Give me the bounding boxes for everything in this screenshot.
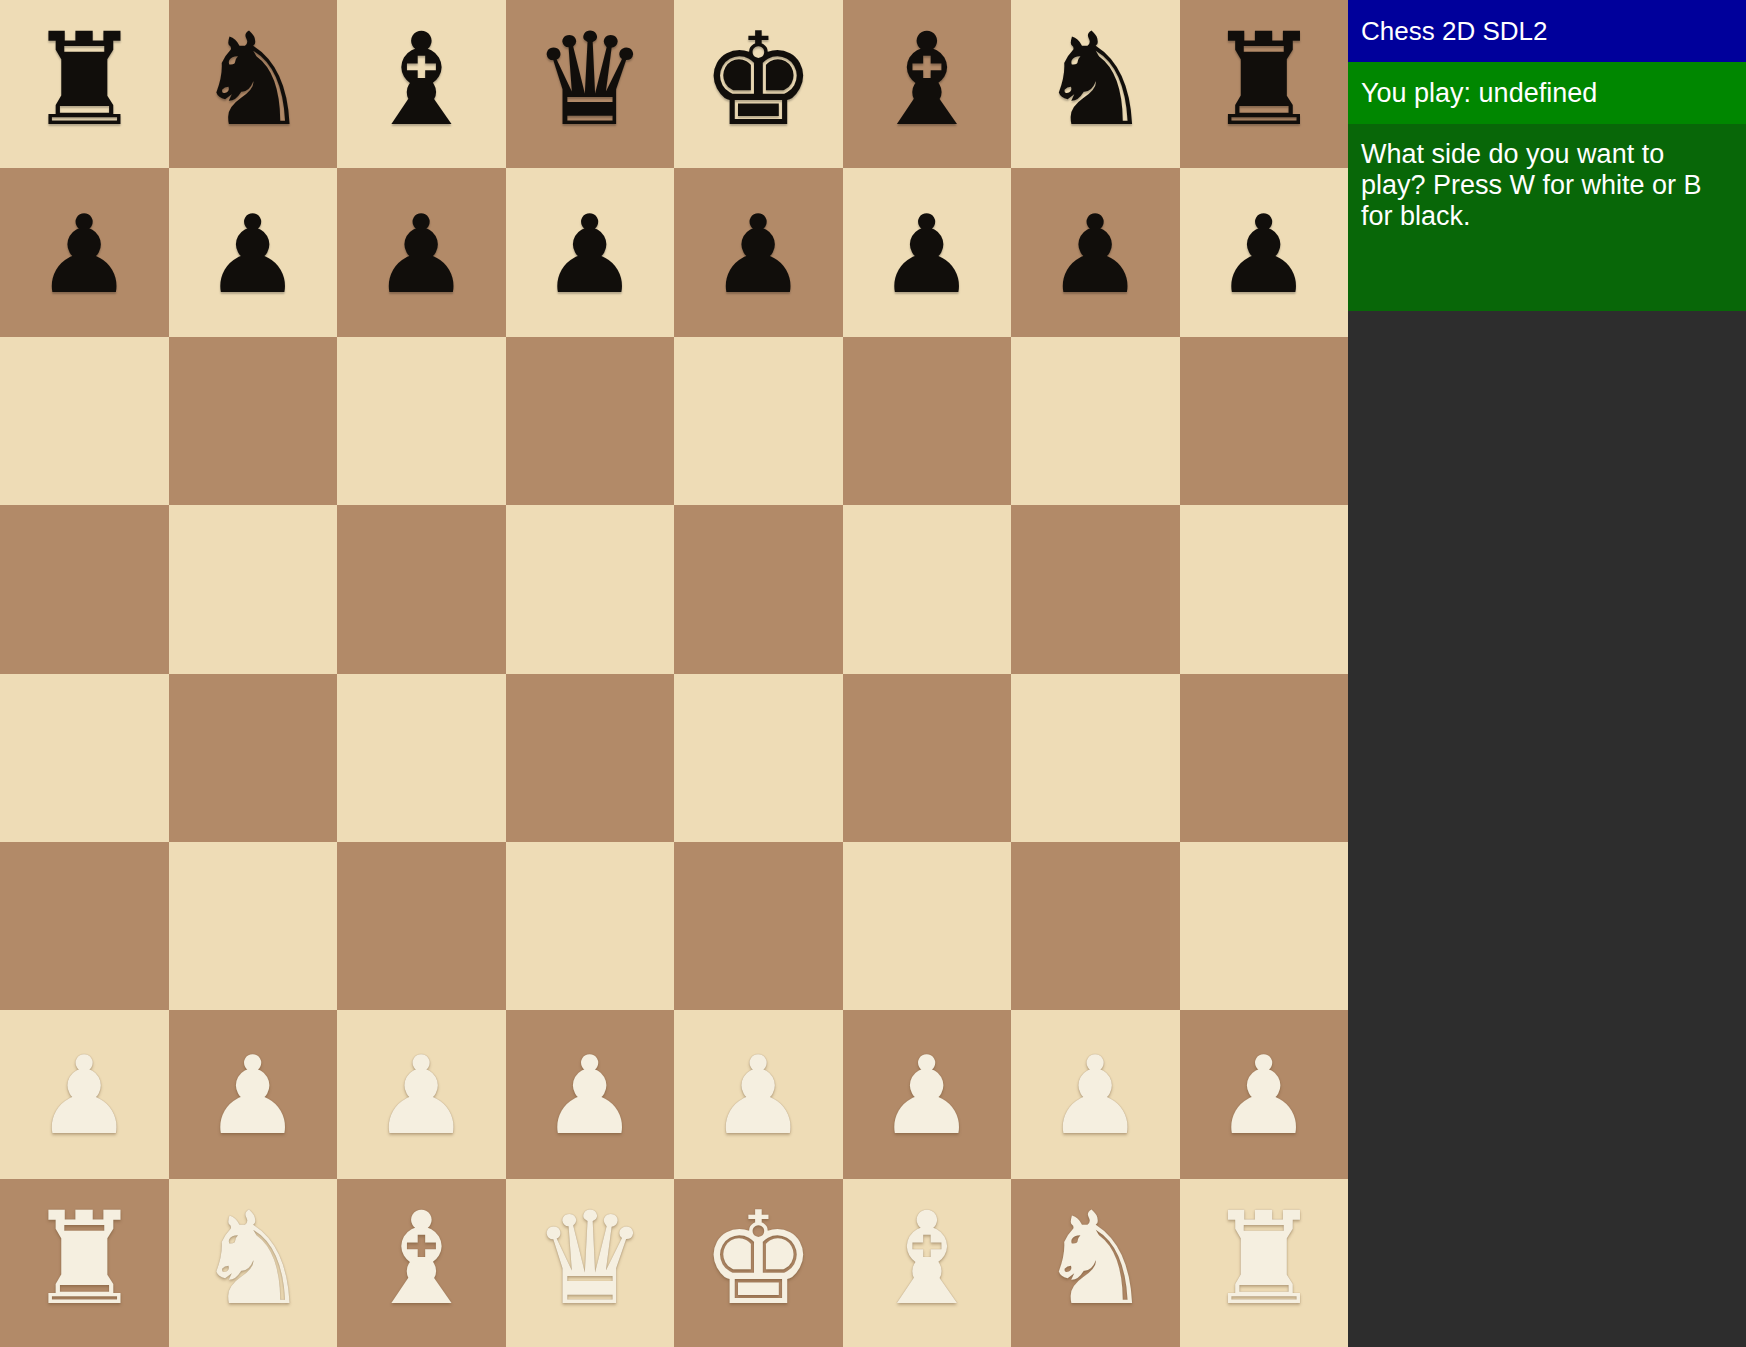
square-e2[interactable]: ♟ [674, 1010, 843, 1178]
black-pawn[interactable]: ♟ [710, 201, 807, 309]
chess-app-window: ♜♞♝♛♚♝♞♜♟♟♟♟♟♟♟♟♟♟♟♟♟♟♟♟♜♞♝♛♚♝♞♜ Chess 2… [0, 0, 1746, 1347]
square-b7[interactable]: ♟ [169, 168, 338, 336]
square-a5[interactable] [0, 505, 169, 673]
square-d3[interactable] [506, 842, 675, 1010]
white-pawn[interactable]: ♟ [1047, 1042, 1144, 1150]
square-g6[interactable] [1011, 337, 1180, 505]
square-h4[interactable] [1180, 674, 1349, 842]
square-e3[interactable] [674, 842, 843, 1010]
square-b3[interactable] [169, 842, 338, 1010]
square-d4[interactable] [506, 674, 675, 842]
info-sidebar: Chess 2D SDL2 You play: undefined What s… [1348, 0, 1746, 1347]
black-queen[interactable]: ♛ [532, 16, 647, 144]
square-f8[interactable]: ♝ [843, 0, 1012, 168]
black-pawn[interactable]: ♟ [36, 201, 133, 309]
square-d2[interactable]: ♟ [506, 1010, 675, 1178]
white-king[interactable]: ♚ [701, 1195, 816, 1323]
square-h2[interactable]: ♟ [1180, 1010, 1349, 1178]
square-d5[interactable] [506, 505, 675, 673]
square-h3[interactable] [1180, 842, 1349, 1010]
white-bishop[interactable]: ♝ [869, 1195, 984, 1323]
black-pawn[interactable]: ♟ [541, 201, 638, 309]
white-pawn[interactable]: ♟ [1215, 1042, 1312, 1150]
square-b4[interactable] [169, 674, 338, 842]
square-f4[interactable] [843, 674, 1012, 842]
square-g2[interactable]: ♟ [1011, 1010, 1180, 1178]
square-a4[interactable] [0, 674, 169, 842]
square-b8[interactable]: ♞ [169, 0, 338, 168]
square-c1[interactable]: ♝ [337, 1179, 506, 1347]
black-pawn[interactable]: ♟ [1047, 201, 1144, 309]
square-d1[interactable]: ♛ [506, 1179, 675, 1347]
square-d6[interactable] [506, 337, 675, 505]
square-h1[interactable]: ♜ [1180, 1179, 1349, 1347]
square-c2[interactable]: ♟ [337, 1010, 506, 1178]
square-f2[interactable]: ♟ [843, 1010, 1012, 1178]
square-g8[interactable]: ♞ [1011, 0, 1180, 168]
white-queen[interactable]: ♛ [532, 1195, 647, 1323]
square-a2[interactable]: ♟ [0, 1010, 169, 1178]
square-a8[interactable]: ♜ [0, 0, 169, 168]
white-knight[interactable]: ♞ [195, 1195, 310, 1323]
square-g7[interactable]: ♟ [1011, 168, 1180, 336]
black-pawn[interactable]: ♟ [204, 201, 301, 309]
black-pawn[interactable]: ♟ [1215, 201, 1312, 309]
square-a1[interactable]: ♜ [0, 1179, 169, 1347]
square-c3[interactable] [337, 842, 506, 1010]
square-b5[interactable] [169, 505, 338, 673]
white-pawn[interactable]: ♟ [878, 1042, 975, 1150]
white-pawn[interactable]: ♟ [36, 1042, 133, 1150]
black-bishop[interactable]: ♝ [869, 16, 984, 144]
white-pawn[interactable]: ♟ [710, 1042, 807, 1150]
black-rook[interactable]: ♜ [27, 16, 142, 144]
white-pawn[interactable]: ♟ [204, 1042, 301, 1150]
app-title: Chess 2D SDL2 [1361, 16, 1547, 47]
square-c5[interactable] [337, 505, 506, 673]
square-h7[interactable]: ♟ [1180, 168, 1349, 336]
square-c4[interactable] [337, 674, 506, 842]
square-b6[interactable] [169, 337, 338, 505]
square-d8[interactable]: ♛ [506, 0, 675, 168]
side-status-bar: You play: undefined [1348, 62, 1746, 124]
black-rook[interactable]: ♜ [1206, 16, 1321, 144]
black-knight[interactable]: ♞ [1038, 16, 1153, 144]
sidebar-empty-panel [1348, 311, 1746, 1347]
white-bishop[interactable]: ♝ [364, 1195, 479, 1323]
black-king[interactable]: ♚ [701, 16, 816, 144]
square-f7[interactable]: ♟ [843, 168, 1012, 336]
white-rook[interactable]: ♜ [27, 1195, 142, 1323]
square-a6[interactable] [0, 337, 169, 505]
square-f3[interactable] [843, 842, 1012, 1010]
black-pawn[interactable]: ♟ [878, 201, 975, 309]
square-h5[interactable] [1180, 505, 1349, 673]
square-c8[interactable]: ♝ [337, 0, 506, 168]
you-play-status: You play: undefined [1361, 78, 1597, 109]
square-g5[interactable] [1011, 505, 1180, 673]
black-bishop[interactable]: ♝ [364, 16, 479, 144]
square-a7[interactable]: ♟ [0, 168, 169, 336]
square-f6[interactable] [843, 337, 1012, 505]
square-h8[interactable]: ♜ [1180, 0, 1349, 168]
square-g4[interactable] [1011, 674, 1180, 842]
square-e7[interactable]: ♟ [674, 168, 843, 336]
square-h6[interactable] [1180, 337, 1349, 505]
chess-board: ♜♞♝♛♚♝♞♜♟♟♟♟♟♟♟♟♟♟♟♟♟♟♟♟♜♞♝♛♚♝♞♜ [0, 0, 1348, 1347]
square-e6[interactable] [674, 337, 843, 505]
square-e5[interactable] [674, 505, 843, 673]
square-f5[interactable] [843, 505, 1012, 673]
square-a3[interactable] [0, 842, 169, 1010]
white-rook[interactable]: ♜ [1206, 1195, 1321, 1323]
square-b2[interactable]: ♟ [169, 1010, 338, 1178]
black-knight[interactable]: ♞ [195, 16, 310, 144]
title-bar: Chess 2D SDL2 [1348, 0, 1746, 62]
square-e8[interactable]: ♚ [674, 0, 843, 168]
square-g3[interactable] [1011, 842, 1180, 1010]
square-c6[interactable] [337, 337, 506, 505]
black-pawn[interactable]: ♟ [373, 201, 470, 309]
square-b1[interactable]: ♞ [169, 1179, 338, 1347]
square-d7[interactable]: ♟ [506, 168, 675, 336]
white-knight[interactable]: ♞ [1038, 1195, 1153, 1323]
white-pawn[interactable]: ♟ [541, 1042, 638, 1150]
white-pawn[interactable]: ♟ [373, 1042, 470, 1150]
square-e1[interactable]: ♚ [674, 1179, 843, 1347]
square-f1[interactable]: ♝ [843, 1179, 1012, 1347]
square-c7[interactable]: ♟ [337, 168, 506, 336]
square-g1[interactable]: ♞ [1011, 1179, 1180, 1347]
side-select-prompt: What side do you want to play? Press W f… [1361, 139, 1702, 231]
side-select-prompt-bar: What side do you want to play? Press W f… [1348, 124, 1746, 311]
square-e4[interactable] [674, 674, 843, 842]
